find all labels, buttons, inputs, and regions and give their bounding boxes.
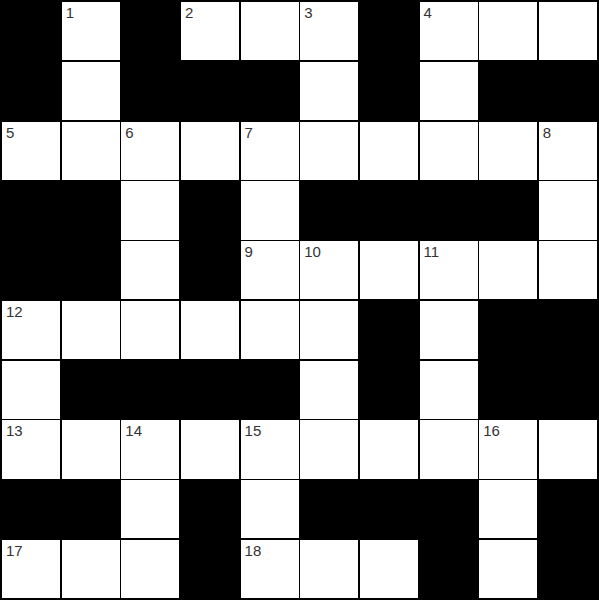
black-cell bbox=[539, 540, 597, 598]
clue-number: 5 bbox=[6, 123, 14, 143]
black-cell bbox=[360, 480, 418, 538]
white-cell[interactable] bbox=[300, 361, 358, 419]
white-cell[interactable] bbox=[420, 301, 478, 359]
black-cell bbox=[121, 62, 179, 120]
white-cell[interactable]: 9 bbox=[241, 241, 299, 299]
white-cell[interactable]: 2 bbox=[181, 2, 239, 60]
black-cell bbox=[539, 480, 597, 538]
black-cell bbox=[2, 181, 60, 239]
clue-number: 18 bbox=[245, 541, 262, 561]
white-cell[interactable] bbox=[539, 2, 597, 60]
black-cell bbox=[181, 62, 239, 120]
black-cell bbox=[360, 361, 418, 419]
white-cell[interactable] bbox=[121, 301, 179, 359]
black-cell bbox=[181, 181, 239, 239]
white-cell[interactable] bbox=[2, 361, 60, 419]
white-cell[interactable]: 14 bbox=[121, 420, 179, 478]
white-cell[interactable]: 16 bbox=[479, 420, 537, 478]
black-cell bbox=[62, 480, 120, 538]
clue-number: 13 bbox=[6, 421, 23, 441]
black-cell bbox=[2, 62, 60, 120]
white-cell[interactable] bbox=[121, 181, 179, 239]
white-cell[interactable] bbox=[479, 2, 537, 60]
black-cell bbox=[2, 241, 60, 299]
white-cell[interactable] bbox=[539, 241, 597, 299]
white-cell[interactable] bbox=[360, 420, 418, 478]
white-cell[interactable] bbox=[479, 480, 537, 538]
clue-number: 4 bbox=[424, 3, 432, 23]
white-cell[interactable] bbox=[479, 540, 537, 598]
white-cell[interactable] bbox=[62, 122, 120, 180]
white-cell[interactable]: 11 bbox=[420, 241, 478, 299]
white-cell[interactable] bbox=[181, 301, 239, 359]
black-cell bbox=[300, 480, 358, 538]
black-cell bbox=[121, 2, 179, 60]
black-cell bbox=[62, 181, 120, 239]
white-cell[interactable] bbox=[360, 241, 418, 299]
white-cell[interactable] bbox=[121, 241, 179, 299]
black-cell bbox=[479, 181, 537, 239]
black-cell bbox=[420, 181, 478, 239]
black-cell bbox=[181, 241, 239, 299]
black-cell bbox=[539, 301, 597, 359]
clue-number: 14 bbox=[125, 421, 142, 441]
white-cell[interactable] bbox=[62, 420, 120, 478]
clue-number: 8 bbox=[543, 123, 551, 143]
white-cell[interactable] bbox=[181, 122, 239, 180]
clue-number: 12 bbox=[6, 302, 23, 322]
black-cell bbox=[360, 62, 418, 120]
white-cell[interactable]: 4 bbox=[420, 2, 478, 60]
clue-number: 2 bbox=[185, 3, 193, 23]
black-cell bbox=[181, 540, 239, 598]
white-cell[interactable] bbox=[62, 540, 120, 598]
white-cell[interactable] bbox=[300, 301, 358, 359]
white-cell[interactable]: 3 bbox=[300, 2, 358, 60]
crossword-grid: 123456789101112131415161718 bbox=[0, 0, 599, 600]
white-cell[interactable] bbox=[121, 540, 179, 598]
black-cell bbox=[539, 361, 597, 419]
white-cell[interactable]: 17 bbox=[2, 540, 60, 598]
clue-number: 15 bbox=[245, 421, 262, 441]
white-cell[interactable]: 15 bbox=[241, 420, 299, 478]
clue-number: 16 bbox=[483, 421, 500, 441]
white-cell[interactable]: 13 bbox=[2, 420, 60, 478]
white-cell[interactable] bbox=[241, 2, 299, 60]
black-cell bbox=[241, 62, 299, 120]
white-cell[interactable]: 1 bbox=[62, 2, 120, 60]
white-cell[interactable] bbox=[479, 241, 537, 299]
white-cell[interactable] bbox=[181, 420, 239, 478]
black-cell bbox=[121, 361, 179, 419]
white-cell[interactable] bbox=[420, 420, 478, 478]
white-cell[interactable] bbox=[420, 62, 478, 120]
black-cell bbox=[420, 480, 478, 538]
white-cell[interactable] bbox=[300, 62, 358, 120]
black-cell bbox=[420, 540, 478, 598]
clue-number: 9 bbox=[245, 242, 253, 262]
black-cell bbox=[300, 181, 358, 239]
white-cell[interactable]: 7 bbox=[241, 122, 299, 180]
white-cell[interactable] bbox=[300, 540, 358, 598]
white-cell[interactable] bbox=[479, 122, 537, 180]
black-cell bbox=[479, 301, 537, 359]
white-cell[interactable]: 5 bbox=[2, 122, 60, 180]
black-cell bbox=[241, 361, 299, 419]
clue-number: 6 bbox=[125, 123, 133, 143]
clue-number: 3 bbox=[304, 3, 312, 23]
white-cell[interactable]: 18 bbox=[241, 540, 299, 598]
white-cell[interactable] bbox=[300, 122, 358, 180]
white-cell[interactable] bbox=[121, 480, 179, 538]
white-cell[interactable] bbox=[241, 301, 299, 359]
white-cell[interactable] bbox=[420, 361, 478, 419]
white-cell[interactable] bbox=[539, 181, 597, 239]
white-cell[interactable] bbox=[241, 480, 299, 538]
white-cell[interactable]: 8 bbox=[539, 122, 597, 180]
black-cell bbox=[539, 62, 597, 120]
clue-number: 17 bbox=[6, 541, 23, 561]
white-cell[interactable]: 6 bbox=[121, 122, 179, 180]
white-cell[interactable] bbox=[360, 122, 418, 180]
white-cell[interactable] bbox=[539, 420, 597, 478]
white-cell[interactable]: 12 bbox=[2, 301, 60, 359]
white-cell[interactable] bbox=[241, 181, 299, 239]
white-cell[interactable] bbox=[62, 62, 120, 120]
clue-number: 11 bbox=[424, 242, 440, 262]
white-cell[interactable]: 10 bbox=[300, 241, 358, 299]
white-cell[interactable] bbox=[62, 301, 120, 359]
black-cell bbox=[360, 2, 418, 60]
black-cell bbox=[479, 62, 537, 120]
white-cell[interactable] bbox=[360, 540, 418, 598]
black-cell bbox=[2, 2, 60, 60]
black-cell bbox=[62, 241, 120, 299]
clue-number: 1 bbox=[66, 3, 74, 23]
black-cell bbox=[62, 361, 120, 419]
clue-number: 7 bbox=[245, 123, 253, 143]
black-cell bbox=[181, 480, 239, 538]
black-cell bbox=[479, 361, 537, 419]
clue-number: 10 bbox=[304, 242, 321, 262]
black-cell bbox=[360, 181, 418, 239]
black-cell bbox=[360, 301, 418, 359]
black-cell bbox=[181, 361, 239, 419]
black-cell bbox=[2, 480, 60, 538]
white-cell[interactable] bbox=[300, 420, 358, 478]
white-cell[interactable] bbox=[420, 122, 478, 180]
